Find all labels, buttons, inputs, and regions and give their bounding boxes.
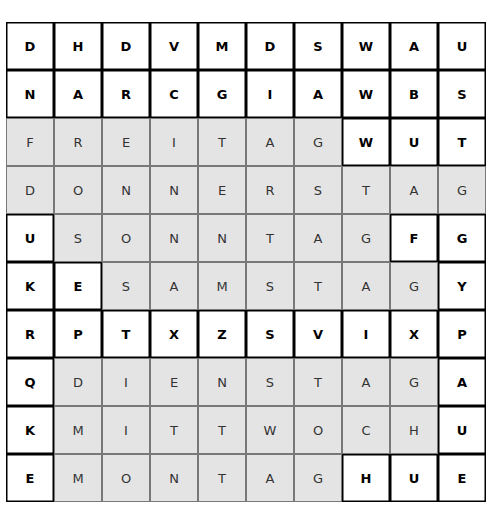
grid-cell[interactable]: T [150,406,198,454]
grid-cell[interactable]: F [390,214,438,262]
grid-cell[interactable]: D [54,358,102,406]
grid-cell[interactable]: H [54,22,102,70]
grid-cell[interactable]: R [6,310,54,358]
grid-cell[interactable]: M [198,262,246,310]
grid-cell[interactable]: W [342,22,390,70]
grid-cell[interactable]: S [102,262,150,310]
grid-cell[interactable]: M [54,406,102,454]
grid-cell[interactable]: U [438,22,486,70]
grid-cell[interactable]: G [198,70,246,118]
grid-cell[interactable]: R [246,166,294,214]
grid-cell[interactable]: W [246,406,294,454]
grid-cell[interactable]: U [390,118,438,166]
grid-cell[interactable]: E [102,118,150,166]
grid-cell[interactable]: T [102,310,150,358]
grid-cell[interactable]: I [342,310,390,358]
grid-cell[interactable]: G [390,358,438,406]
grid-cell[interactable]: N [102,166,150,214]
grid-cell[interactable]: C [150,70,198,118]
grid-cell[interactable]: A [54,70,102,118]
grid-cell[interactable]: E [54,262,102,310]
grid-cell[interactable]: M [54,454,102,502]
grid-cell[interactable]: S [294,22,342,70]
grid-cell[interactable]: F [6,118,54,166]
grid-cell[interactable]: E [438,454,486,502]
grid-cell[interactable]: S [294,166,342,214]
grid-cell[interactable]: K [6,406,54,454]
grid-cell[interactable]: N [150,166,198,214]
grid-cell[interactable]: G [294,454,342,502]
grid-cell[interactable]: I [246,70,294,118]
grid-cell[interactable]: A [294,70,342,118]
grid-cell[interactable]: S [246,358,294,406]
grid-cell[interactable]: A [390,22,438,70]
grid-cell[interactable]: K [6,262,54,310]
grid-cell[interactable]: I [150,118,198,166]
grid-cell[interactable]: C [342,406,390,454]
grid-cell[interactable]: S [246,310,294,358]
grid-cell[interactable]: G [342,214,390,262]
grid-cell[interactable]: A [246,454,294,502]
grid-cell[interactable]: D [246,22,294,70]
grid-cell[interactable]: E [6,454,54,502]
grid-cell[interactable]: A [390,166,438,214]
grid-cell[interactable]: A [342,358,390,406]
grid-cell[interactable]: A [294,214,342,262]
grid-cell[interactable]: S [54,214,102,262]
grid-cell[interactable]: Q [6,358,54,406]
grid-cell[interactable]: S [246,262,294,310]
grid-cell[interactable]: O [102,214,150,262]
grid-cell[interactable]: T [438,118,486,166]
grid-cell[interactable]: A [342,262,390,310]
grid-cell[interactable]: Y [438,262,486,310]
grid-cell[interactable]: X [150,310,198,358]
word-search-grid: DHDVMDSWAUNARCGIAWBSFREITAGWUTDONNERSTAG… [6,22,486,502]
grid-cell[interactable]: Z [198,310,246,358]
grid-cell[interactable]: I [102,406,150,454]
grid-cell[interactable]: T [294,358,342,406]
grid-cell[interactable]: P [438,310,486,358]
grid-cell[interactable]: V [150,22,198,70]
grid-cell[interactable]: T [198,406,246,454]
grid-cell[interactable]: V [294,310,342,358]
grid-cell[interactable]: H [390,406,438,454]
grid-cell[interactable]: U [438,406,486,454]
grid-cell[interactable]: R [54,118,102,166]
grid-cell[interactable]: S [438,70,486,118]
grid-cell[interactable]: I [102,358,150,406]
grid-cell[interactable]: D [6,22,54,70]
grid-cell[interactable]: T [342,166,390,214]
grid-cell[interactable]: G [438,214,486,262]
grid-cell[interactable]: O [54,166,102,214]
grid-cell[interactable]: B [390,70,438,118]
grid-cell[interactable]: O [102,454,150,502]
grid-cell[interactable]: A [438,358,486,406]
grid-cell[interactable]: R [102,70,150,118]
grid-cell[interactable]: X [390,310,438,358]
grid-cell[interactable]: W [342,70,390,118]
grid-cell[interactable]: W [342,118,390,166]
word-search-page: DHDVMDSWAUNARCGIAWBSFREITAGWUTDONNERSTAG… [0,0,500,520]
grid-cell[interactable]: D [102,22,150,70]
grid-cell[interactable]: A [150,262,198,310]
grid-cell[interactable]: G [438,166,486,214]
grid-cell[interactable]: U [390,454,438,502]
grid-cell[interactable]: O [294,406,342,454]
grid-cell[interactable]: G [294,118,342,166]
grid-cell[interactable]: H [342,454,390,502]
grid-cell[interactable]: T [198,118,246,166]
grid-cell[interactable]: D [6,166,54,214]
grid-cell[interactable]: A [246,118,294,166]
grid-cell[interactable]: U [6,214,54,262]
grid-cell[interactable]: E [150,358,198,406]
grid-cell[interactable]: T [198,454,246,502]
grid-cell[interactable]: T [294,262,342,310]
grid-cell[interactable]: N [150,454,198,502]
grid-cell[interactable]: E [198,166,246,214]
grid-cell[interactable]: N [198,358,246,406]
grid-cell[interactable]: N [6,70,54,118]
grid-cell[interactable]: G [390,262,438,310]
grid-cell[interactable]: N [150,214,198,262]
grid-cell[interactable]: N [198,214,246,262]
grid-cell[interactable]: T [246,214,294,262]
grid-cell[interactable]: P [54,310,102,358]
grid-cell[interactable]: M [198,22,246,70]
